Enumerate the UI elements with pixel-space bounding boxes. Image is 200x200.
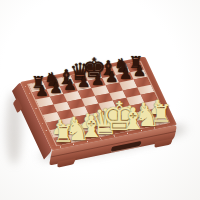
board-foot-right	[154, 138, 173, 148]
board-foot-left	[57, 158, 76, 168]
photo-white-background: ♜♞♝♛♚♝♞♜♟♟♟♟♟♟♟♟♟♟♟♟♟♟♟♟♜♞♝♛♚♝♞♜	[0, 0, 200, 200]
